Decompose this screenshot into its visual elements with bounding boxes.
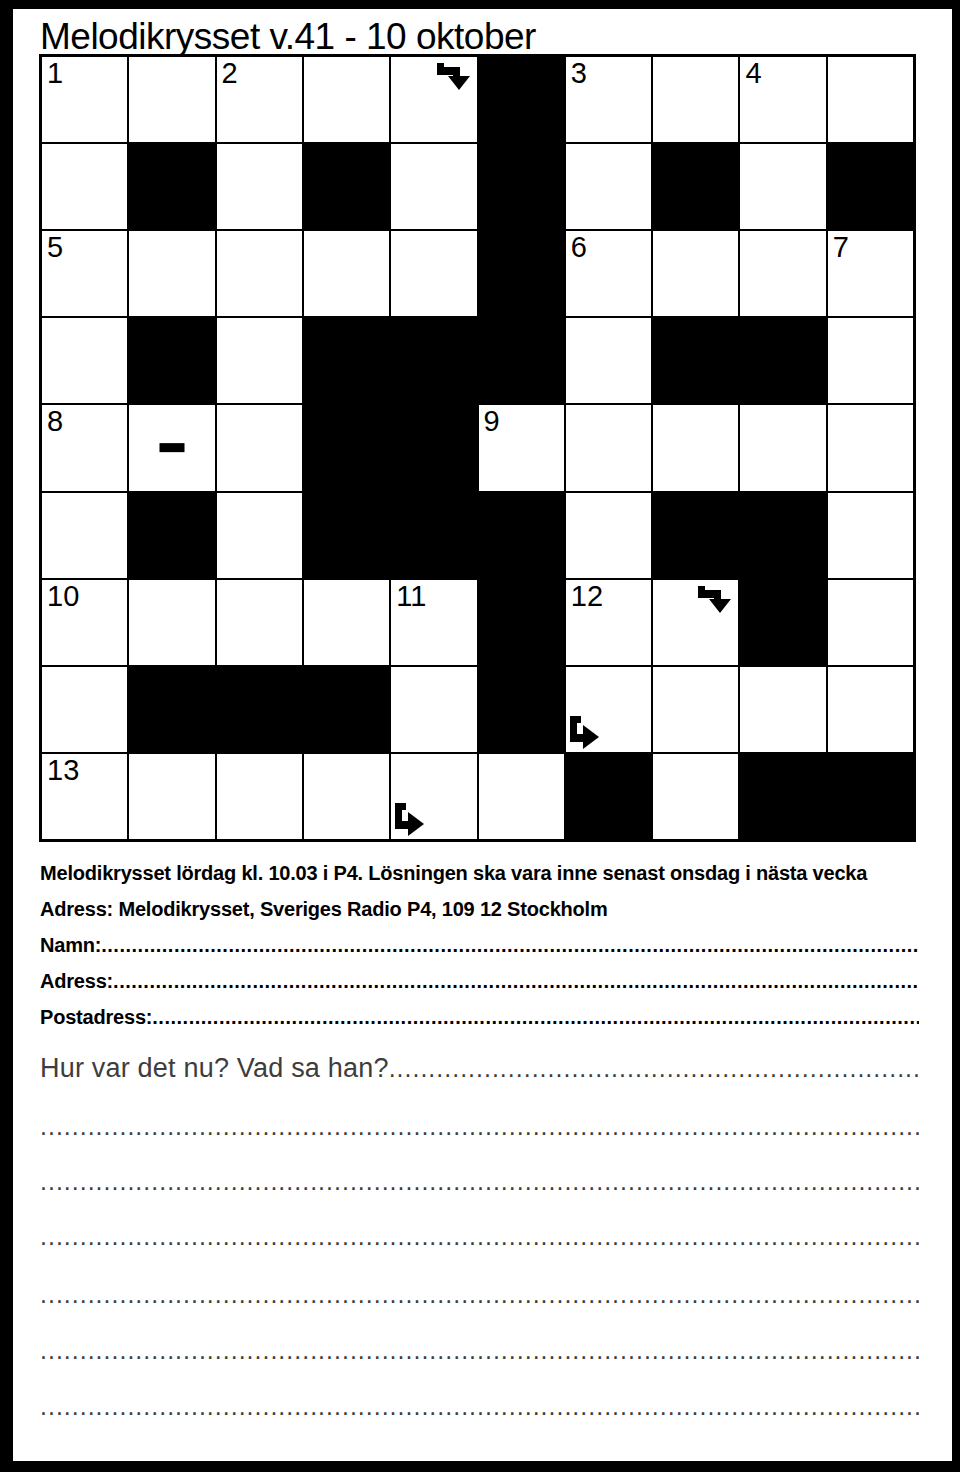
black-cell-r4c4 — [390, 404, 477, 491]
black-cell-r7c2 — [216, 666, 303, 753]
clue-number-7: 7 — [833, 232, 849, 264]
black-cell-r0c5 — [478, 56, 565, 143]
cell-r8c5[interactable] — [478, 753, 565, 840]
broadcast-info-line: Melodikrysset lördag kl. 10.03 i P4. Lös… — [40, 862, 919, 885]
black-cell-r6c8 — [739, 579, 826, 666]
hyphen-marker — [159, 443, 184, 452]
black-cell-r7c3 — [303, 666, 390, 753]
name-field-line: Namn:...................................… — [40, 934, 919, 957]
cell-r4c5[interactable]: 9 — [478, 404, 565, 491]
black-cell-r7c1 — [128, 666, 215, 753]
cell-r2c7[interactable] — [652, 230, 739, 317]
turn-down-arrow — [698, 586, 732, 613]
black-cell-r5c8 — [739, 492, 826, 579]
clue-number-9: 9 — [484, 406, 500, 438]
cell-r2c9[interactable]: 7 — [827, 230, 914, 317]
cell-r4c2[interactable] — [216, 404, 303, 491]
cell-r4c7[interactable] — [652, 404, 739, 491]
cell-r0c9[interactable] — [827, 56, 914, 143]
black-cell-r3c5 — [478, 317, 565, 404]
cell-r4c8[interactable] — [739, 404, 826, 491]
cell-r8c7[interactable] — [652, 753, 739, 840]
cell-r1c0[interactable] — [41, 143, 128, 230]
black-cell-r3c8 — [739, 317, 826, 404]
cell-r1c4[interactable] — [390, 143, 477, 230]
cell-r6c3[interactable] — [303, 579, 390, 666]
black-cell-r3c7 — [652, 317, 739, 404]
cell-r0c2[interactable]: 2 — [216, 56, 303, 143]
black-cell-r1c7 — [652, 143, 739, 230]
write-in-line-5[interactable]: ........................................… — [40, 1336, 919, 1365]
cell-r2c0[interactable]: 5 — [41, 230, 128, 317]
cell-r7c0[interactable] — [41, 666, 128, 753]
postal-address-write-in-line[interactable]: ........................................… — [152, 1006, 919, 1029]
cell-r6c6[interactable]: 12 — [565, 579, 652, 666]
turn-right-arrow-icon — [570, 716, 599, 749]
cell-r7c6[interactable] — [565, 666, 652, 753]
cell-r8c0[interactable]: 13 — [41, 753, 128, 840]
cell-r5c9[interactable] — [827, 492, 914, 579]
cell-r1c2[interactable] — [216, 143, 303, 230]
cell-r8c3[interactable] — [303, 753, 390, 840]
turn-down-arrow-icon — [698, 586, 732, 613]
turn-down-arrow — [437, 63, 471, 90]
black-cell-r1c1 — [128, 143, 215, 230]
cell-r5c2[interactable] — [216, 492, 303, 579]
black-cell-r1c3 — [303, 143, 390, 230]
cell-r2c6[interactable]: 6 — [565, 230, 652, 317]
black-cell-r1c5 — [478, 143, 565, 230]
cell-r3c6[interactable] — [565, 317, 652, 404]
address-write-in-line[interactable]: ........................................… — [113, 970, 919, 993]
clue-number-6: 6 — [571, 232, 587, 264]
black-cell-r5c3 — [303, 492, 390, 579]
cell-r2c8[interactable] — [739, 230, 826, 317]
cell-r6c9[interactable] — [827, 579, 914, 666]
black-cell-r7c5 — [478, 666, 565, 753]
clue-number-8: 8 — [47, 406, 63, 438]
black-cell-r2c5 — [478, 230, 565, 317]
cell-r4c0[interactable]: 8 — [41, 404, 128, 491]
cell-r5c6[interactable] — [565, 492, 652, 579]
clue-number-12: 12 — [571, 581, 603, 613]
black-cell-r5c5 — [478, 492, 565, 579]
cell-r2c1[interactable] — [128, 230, 215, 317]
turn-down-arrow-icon — [437, 63, 471, 90]
page-title: Melodikrysset v.41 - 10 oktober — [40, 16, 536, 58]
cell-r4c9[interactable] — [827, 404, 914, 491]
clue-number-11: 11 — [396, 581, 426, 613]
cell-r7c4[interactable] — [390, 666, 477, 753]
broadcast-info-text: Melodikrysset lördag kl. 10.03 i P4. Lös… — [40, 862, 867, 885]
name-write-in-line[interactable]: ........................................… — [101, 934, 919, 957]
turn-right-arrow — [395, 803, 424, 836]
clue-number-1: 1 — [47, 58, 63, 90]
clue-number-5: 5 — [47, 232, 63, 264]
postal-address-field-line: Postadress:.............................… — [40, 1006, 919, 1029]
black-cell-r8c9 — [827, 753, 914, 840]
write-in-line-2[interactable]: ........................................… — [40, 1167, 919, 1196]
cell-r6c0[interactable]: 10 — [41, 579, 128, 666]
black-cell-r3c4 — [390, 317, 477, 404]
cell-r8c1[interactable] — [128, 753, 215, 840]
cell-r3c9[interactable] — [827, 317, 914, 404]
cell-r6c2[interactable] — [216, 579, 303, 666]
cell-r3c0[interactable] — [41, 317, 128, 404]
write-in-line-6[interactable]: ........................................… — [40, 1392, 919, 1421]
black-cell-r6c5 — [478, 579, 565, 666]
clue-number-2: 2 — [222, 58, 238, 90]
write-in-line-3[interactable]: ........................................… — [40, 1222, 919, 1251]
cell-r0c4[interactable] — [390, 56, 477, 143]
black-cell-r5c1 — [128, 492, 215, 579]
cell-r0c1[interactable] — [128, 56, 215, 143]
black-cell-r5c7 — [652, 492, 739, 579]
clue-number-3: 3 — [571, 58, 587, 90]
black-cell-r4c3 — [303, 404, 390, 491]
write-in-line-4[interactable]: ........................................… — [40, 1280, 919, 1309]
cell-r1c6[interactable] — [565, 143, 652, 230]
write-in-line-1[interactable]: ........................................… — [40, 1112, 919, 1141]
black-cell-r3c1 — [128, 317, 215, 404]
submit-address-line: Adress: Melodikrysset, Sveriges Radio P4… — [40, 898, 919, 921]
cell-r0c8[interactable]: 4 — [739, 56, 826, 143]
cell-r6c4[interactable]: 11 — [390, 579, 477, 666]
black-cell-r8c6 — [565, 753, 652, 840]
name-label: Namn: — [40, 934, 101, 957]
cell-r2c3[interactable] — [303, 230, 390, 317]
clue-number-13: 13 — [47, 755, 79, 787]
question-text: Hur var det nu? Vad sa han? — [40, 1053, 389, 1084]
address-field-line: Adress:.................................… — [40, 970, 919, 993]
crossword-grid: 12345678910111213 — [39, 54, 916, 842]
cell-r7c8[interactable] — [739, 666, 826, 753]
page-frame: Melodikrysset v.41 - 10 oktober 12345678… — [0, 0, 960, 1472]
black-cell-r5c4 — [390, 492, 477, 579]
cell-r7c7[interactable] — [652, 666, 739, 753]
cell-r3c2[interactable] — [216, 317, 303, 404]
clue-number-10: 10 — [47, 581, 79, 613]
cell-r8c4[interactable] — [390, 753, 477, 840]
cell-r4c6[interactable] — [565, 404, 652, 491]
cell-r5c0[interactable] — [41, 492, 128, 579]
cell-r0c3[interactable] — [303, 56, 390, 143]
cell-r1c8[interactable] — [739, 143, 826, 230]
cell-r0c7[interactable] — [652, 56, 739, 143]
question-line: Hur var det nu? Vad sa han?.............… — [40, 1053, 919, 1084]
cell-r7c9[interactable] — [827, 666, 914, 753]
address-label: Adress: — [40, 970, 113, 993]
postal-address-label: Postadress: — [40, 1006, 152, 1029]
clue-number-4: 4 — [745, 58, 761, 90]
turn-right-arrow-icon — [395, 803, 424, 836]
cell-r2c2[interactable] — [216, 230, 303, 317]
cell-r2c4[interactable] — [390, 230, 477, 317]
black-cell-r3c3 — [303, 317, 390, 404]
cell-r6c1[interactable] — [128, 579, 215, 666]
question-write-in-line[interactable]: ........................................… — [389, 1054, 919, 1083]
black-cell-r1c9 — [827, 143, 914, 230]
cell-r0c0[interactable]: 1 — [41, 56, 128, 143]
cell-r8c2[interactable] — [216, 753, 303, 840]
turn-right-arrow — [570, 716, 599, 749]
submit-address-text: Adress: Melodikrysset, Sveriges Radio P4… — [40, 898, 608, 921]
cell-r4c1[interactable] — [128, 404, 215, 491]
cell-r0c6[interactable]: 3 — [565, 56, 652, 143]
black-cell-r8c8 — [739, 753, 826, 840]
cell-r6c7[interactable] — [652, 579, 739, 666]
